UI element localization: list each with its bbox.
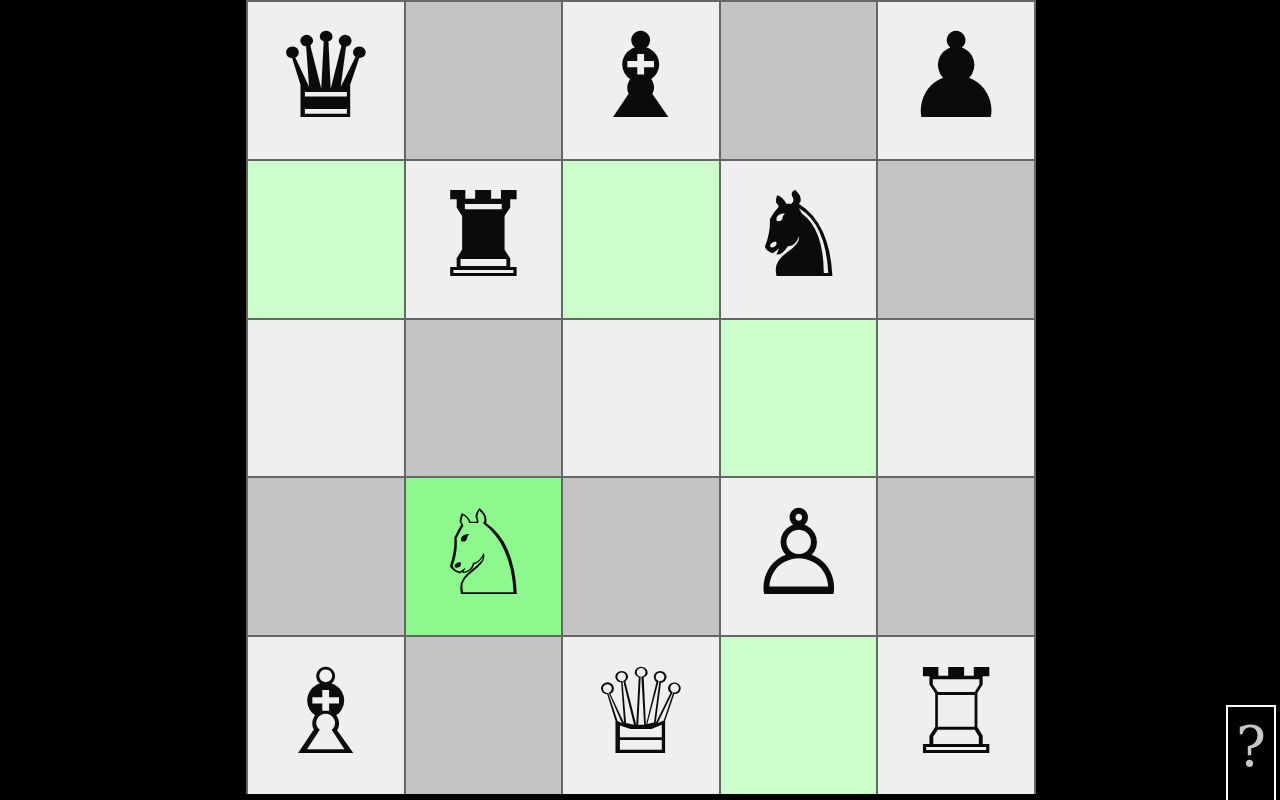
square-b5[interactable] <box>406 2 562 159</box>
white-queen-icon: ♕ <box>588 653 694 771</box>
square-e2[interactable] <box>878 478 1034 635</box>
square-b3[interactable] <box>406 320 562 477</box>
square-c5[interactable]: ♝ <box>563 2 719 159</box>
square-c4[interactable] <box>563 161 719 318</box>
square-b2[interactable]: ♘ <box>406 478 562 635</box>
help-button[interactable]: ? <box>1226 705 1276 800</box>
black-bishop-icon: ♝ <box>588 17 694 135</box>
square-e3[interactable] <box>878 320 1034 477</box>
square-c1[interactable]: ♕ <box>563 637 719 794</box>
question-mark-icon: ? <box>1236 719 1266 775</box>
square-a5[interactable]: ♛ <box>248 2 404 159</box>
square-b4[interactable]: ♜ <box>406 161 562 318</box>
square-a2[interactable] <box>248 478 404 635</box>
black-queen-icon: ♛ <box>273 17 379 135</box>
square-d4[interactable]: ♞ <box>721 161 877 318</box>
square-a4[interactable] <box>248 161 404 318</box>
app-background: ♛♝♟♜♞♘♙♗♕♖ ? <box>0 0 1280 800</box>
square-a3[interactable] <box>248 320 404 477</box>
black-pawn-icon: ♟ <box>903 17 1009 135</box>
square-b1[interactable] <box>406 637 562 794</box>
square-d3[interactable] <box>721 320 877 477</box>
square-d2[interactable]: ♙ <box>721 478 877 635</box>
chess-board: ♛♝♟♜♞♘♙♗♕♖ <box>246 0 1036 794</box>
white-pawn-icon: ♙ <box>746 494 852 612</box>
white-bishop-icon: ♗ <box>273 653 379 771</box>
white-rook-icon: ♖ <box>903 653 1009 771</box>
square-e1[interactable]: ♖ <box>878 637 1034 794</box>
square-d1[interactable] <box>721 637 877 794</box>
black-knight-icon: ♞ <box>746 176 852 294</box>
white-knight-icon: ♘ <box>430 494 536 612</box>
square-a1[interactable]: ♗ <box>248 637 404 794</box>
square-d5[interactable] <box>721 2 877 159</box>
square-e4[interactable] <box>878 161 1034 318</box>
black-rook-icon: ♜ <box>430 176 536 294</box>
square-c3[interactable] <box>563 320 719 477</box>
square-e5[interactable]: ♟ <box>878 2 1034 159</box>
square-c2[interactable] <box>563 478 719 635</box>
